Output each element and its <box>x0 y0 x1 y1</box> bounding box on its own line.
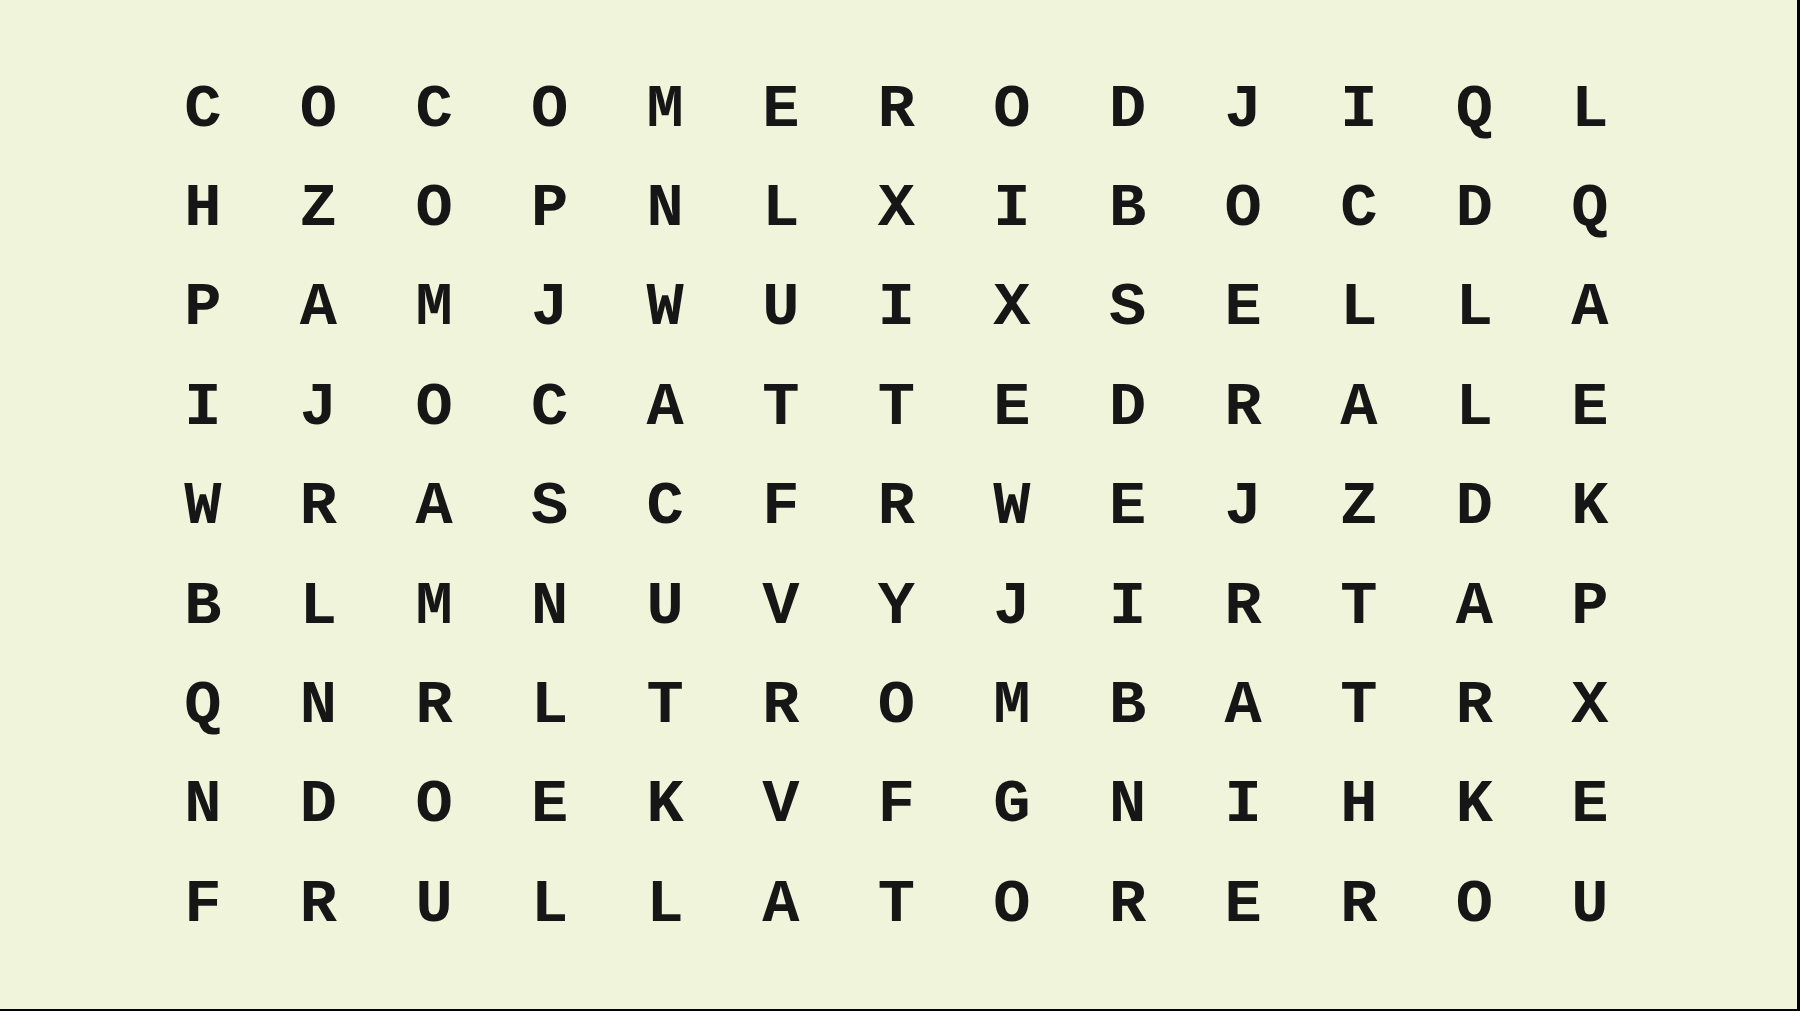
grid-cell-r1c12[interactable]: Q <box>1417 60 1533 159</box>
grid-cell-r6c13[interactable]: P <box>1532 557 1648 656</box>
grid-cell-r2c7[interactable]: X <box>839 159 955 258</box>
grid-cell-r1c3[interactable]: C <box>376 60 492 159</box>
grid-cell-r4c1[interactable]: I <box>145 358 261 457</box>
grid-cell-r6c11[interactable]: T <box>1301 557 1417 656</box>
grid-cell-r5c3[interactable]: A <box>376 458 492 557</box>
grid-cell-r6c9[interactable]: I <box>1070 557 1186 656</box>
grid-cell-r6c2[interactable]: L <box>261 557 377 656</box>
grid-cell-r2c9[interactable]: B <box>1070 159 1186 258</box>
grid-cell-r1c2[interactable]: O <box>261 60 377 159</box>
grid-cell-r5c9[interactable]: E <box>1070 458 1186 557</box>
grid-cell-r5c4[interactable]: S <box>492 458 608 557</box>
grid-cell-r3c10[interactable]: E <box>1185 259 1301 358</box>
grid-cell-r6c4[interactable]: N <box>492 557 608 656</box>
grid-cell-r6c3[interactable]: M <box>376 557 492 656</box>
grid-cell-r8c11[interactable]: H <box>1301 756 1417 855</box>
grid-cell-r7c12[interactable]: R <box>1417 656 1533 755</box>
grid-cell-r7c11[interactable]: T <box>1301 656 1417 755</box>
grid-cell-r2c6[interactable]: L <box>723 159 839 258</box>
word-search-page: COCOMERODJIQLHZOPNLXIBOCDQPAMJWUIXSELLAI… <box>0 0 1800 1011</box>
grid-cell-r7c10[interactable]: A <box>1185 656 1301 755</box>
grid-cell-r2c5[interactable]: N <box>607 159 723 258</box>
grid-cell-r9c7[interactable]: T <box>839 855 955 954</box>
grid-cell-r7c7[interactable]: O <box>839 656 955 755</box>
grid-cell-r5c2[interactable]: R <box>261 458 377 557</box>
grid-cell-r6c6[interactable]: V <box>723 557 839 656</box>
grid-cell-r8c10[interactable]: I <box>1185 756 1301 855</box>
grid-cell-r4c12[interactable]: L <box>1417 358 1533 457</box>
grid-cell-r5c6[interactable]: F <box>723 458 839 557</box>
grid-cell-r2c2[interactable]: Z <box>261 159 377 258</box>
grid-cell-r8c8[interactable]: G <box>954 756 1070 855</box>
grid-cell-r9c11[interactable]: R <box>1301 855 1417 954</box>
grid-cell-r9c12[interactable]: O <box>1417 855 1533 954</box>
grid-cell-r4c5[interactable]: A <box>607 358 723 457</box>
grid-cell-r1c8[interactable]: O <box>954 60 1070 159</box>
grid-cell-r1c4[interactable]: O <box>492 60 608 159</box>
grid-cell-r5c11[interactable]: Z <box>1301 458 1417 557</box>
grid-cell-r1c6[interactable]: E <box>723 60 839 159</box>
grid-cell-r1c11[interactable]: I <box>1301 60 1417 159</box>
grid-cell-r3c3[interactable]: M <box>376 259 492 358</box>
grid-cell-r9c4[interactable]: L <box>492 855 608 954</box>
grid-cell-r5c1[interactable]: W <box>145 458 261 557</box>
grid-cell-r2c11[interactable]: C <box>1301 159 1417 258</box>
grid-cell-r6c10[interactable]: R <box>1185 557 1301 656</box>
grid-cell-r5c8[interactable]: W <box>954 458 1070 557</box>
grid-cell-r5c12[interactable]: D <box>1417 458 1533 557</box>
grid-cell-r3c13[interactable]: A <box>1532 259 1648 358</box>
grid-cell-r7c13[interactable]: X <box>1532 656 1648 755</box>
grid-cell-r8c3[interactable]: O <box>376 756 492 855</box>
grid-cell-r2c4[interactable]: P <box>492 159 608 258</box>
grid-cell-r9c1[interactable]: F <box>145 855 261 954</box>
grid-cell-r7c6[interactable]: R <box>723 656 839 755</box>
grid-cell-r7c8[interactable]: M <box>954 656 1070 755</box>
grid-cell-r2c8[interactable]: I <box>954 159 1070 258</box>
grid-cell-r5c5[interactable]: C <box>607 458 723 557</box>
grid-cell-r9c2[interactable]: R <box>261 855 377 954</box>
grid-cell-r5c13[interactable]: K <box>1532 458 1648 557</box>
grid-cell-r3c7[interactable]: I <box>839 259 955 358</box>
grid-cell-r9c13[interactable]: U <box>1532 855 1648 954</box>
grid-cell-r6c5[interactable]: U <box>607 557 723 656</box>
grid-cell-r4c7[interactable]: T <box>839 358 955 457</box>
grid-cell-r6c12[interactable]: A <box>1417 557 1533 656</box>
grid-cell-r8c12[interactable]: K <box>1417 756 1533 855</box>
grid-cell-r4c10[interactable]: R <box>1185 358 1301 457</box>
grid-cell-r8c6[interactable]: V <box>723 756 839 855</box>
grid-cell-r2c1[interactable]: H <box>145 159 261 258</box>
grid-cell-r9c9[interactable]: R <box>1070 855 1186 954</box>
grid-cell-r9c8[interactable]: O <box>954 855 1070 954</box>
grid-cell-r1c5[interactable]: M <box>607 60 723 159</box>
grid-cell-r4c4[interactable]: C <box>492 358 608 457</box>
grid-cell-r3c11[interactable]: L <box>1301 259 1417 358</box>
grid-cell-r1c9[interactable]: D <box>1070 60 1186 159</box>
grid-cell-r9c6[interactable]: A <box>723 855 839 954</box>
grid-cell-r7c5[interactable]: T <box>607 656 723 755</box>
grid-cell-r7c9[interactable]: B <box>1070 656 1186 755</box>
grid-cell-r8c9[interactable]: N <box>1070 756 1186 855</box>
grid-cell-r5c10[interactable]: J <box>1185 458 1301 557</box>
grid-cell-r3c6[interactable]: U <box>723 259 839 358</box>
grid-cell-r7c2[interactable]: N <box>261 656 377 755</box>
grid-cell-r3c4[interactable]: J <box>492 259 608 358</box>
grid-cell-r1c10[interactable]: J <box>1185 60 1301 159</box>
grid-cell-r3c9[interactable]: S <box>1070 259 1186 358</box>
grid-cell-r8c1[interactable]: N <box>145 756 261 855</box>
grid-cell-r4c3[interactable]: O <box>376 358 492 457</box>
grid-cell-r6c1[interactable]: B <box>145 557 261 656</box>
grid-cell-r4c9[interactable]: D <box>1070 358 1186 457</box>
grid-cell-r8c2[interactable]: D <box>261 756 377 855</box>
grid-cell-r2c10[interactable]: O <box>1185 159 1301 258</box>
grid-cell-r3c8[interactable]: X <box>954 259 1070 358</box>
grid-cell-r1c7[interactable]: R <box>839 60 955 159</box>
grid-cell-r8c5[interactable]: K <box>607 756 723 855</box>
grid-cell-r3c12[interactable]: L <box>1417 259 1533 358</box>
grid-cell-r9c3[interactable]: U <box>376 855 492 954</box>
grid-cell-r2c12[interactable]: D <box>1417 159 1533 258</box>
grid-cell-r7c4[interactable]: L <box>492 656 608 755</box>
grid-cell-r1c1[interactable]: C <box>145 60 261 159</box>
grid-cell-r4c13[interactable]: E <box>1532 358 1648 457</box>
grid-cell-r7c3[interactable]: R <box>376 656 492 755</box>
grid-cell-r6c8[interactable]: J <box>954 557 1070 656</box>
grid-cell-r2c3[interactable]: O <box>376 159 492 258</box>
grid-cell-r4c8[interactable]: E <box>954 358 1070 457</box>
grid-cell-r9c10[interactable]: E <box>1185 855 1301 954</box>
grid-cell-r4c11[interactable]: A <box>1301 358 1417 457</box>
grid-cell-r7c1[interactable]: Q <box>145 656 261 755</box>
grid-cell-r4c2[interactable]: J <box>261 358 377 457</box>
grid-cell-r6c7[interactable]: Y <box>839 557 955 656</box>
grid-cell-r3c1[interactable]: P <box>145 259 261 358</box>
grid-cell-r5c7[interactable]: R <box>839 458 955 557</box>
grid-cell-r3c2[interactable]: A <box>261 259 377 358</box>
grid-cell-r1c13[interactable]: L <box>1532 60 1648 159</box>
grid-cell-r2c13[interactable]: Q <box>1532 159 1648 258</box>
grid-cell-r3c5[interactable]: W <box>607 259 723 358</box>
grid-cell-r8c7[interactable]: F <box>839 756 955 855</box>
grid-cell-r8c13[interactable]: E <box>1532 756 1648 855</box>
grid-cell-r9c5[interactable]: L <box>607 855 723 954</box>
grid-cell-r8c4[interactable]: E <box>492 756 608 855</box>
grid-cell-r4c6[interactable]: T <box>723 358 839 457</box>
word-search-grid: COCOMERODJIQLHZOPNLXIBOCDQPAMJWUIXSELLAI… <box>145 60 1648 955</box>
